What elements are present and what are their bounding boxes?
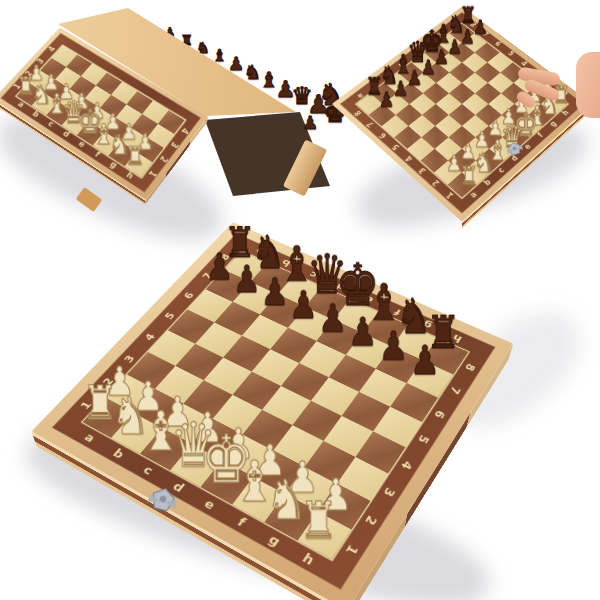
piece-white-rook[interactable]: ♜ [299, 497, 333, 546]
main-board: ♜♞♝♛♚♝♞♜♟♟♟♟♟♟♟♟♟♟♟♟♟♟♟♟♜♞♝♛♚♝♞♜aabbccdd… [31, 222, 513, 600]
piece-white-rook[interactable]: ♜ [82, 381, 113, 426]
piece-black-pawn: ♟ [228, 55, 244, 73]
piece-white-rook: ♜ [125, 145, 142, 169]
piece-black-pawn[interactable]: ♟ [318, 300, 347, 337]
piece-white-bishop[interactable]: ♝ [233, 456, 266, 510]
piece-black-pawn[interactable]: ♟ [410, 341, 440, 379]
palm [576, 52, 600, 118]
piece-black-pawn[interactable]: ♟ [233, 261, 261, 296]
piece-white-knight: ♞ [109, 132, 126, 158]
piece-black-pawn[interactable]: ♟ [348, 313, 377, 350]
piece-white-king: ♚ [77, 106, 94, 137]
piece-black-pawn[interactable]: ♟ [261, 274, 289, 310]
piece-white-bishop[interactable]: ♝ [140, 406, 172, 458]
hand [542, 52, 600, 124]
piece-white-knight[interactable]: ♞ [266, 475, 299, 527]
piece-black-pawn[interactable]: ♟ [379, 327, 409, 364]
piece-white-rook: ♜ [460, 165, 477, 188]
piece-white-king[interactable]: ♚ [201, 429, 234, 492]
piece-black-pawn: ♟ [378, 91, 394, 111]
piece-black-pawn: ♟ [407, 69, 423, 88]
piece-white-bishop: ♝ [46, 91, 62, 117]
piece-white-queen: ♛ [62, 98, 78, 127]
piece-white-rook: ♜ [17, 75, 33, 98]
piece-black-pawn: ♟ [393, 80, 409, 99]
scene-folded-board: ♟♟♟♟♟♟♟♟♜♞♝♛♚♝♞♜abcdefgh44332211 [7, 53, 193, 163]
piece-white-bishop: ♝ [93, 121, 110, 148]
piece-black-pawn: ♟ [302, 114, 318, 132]
piece-black-pawn[interactable]: ♟ [206, 249, 234, 284]
piece-white-knight[interactable]: ♞ [111, 393, 142, 442]
board-squares: ♜♞♝♛♚♝♞♜♟♟♟♟♟♟♟♟♟♟♟♟♟♟♟♟♜♞♝♛♚♝♞♜ [357, 24, 567, 197]
piece-black-pawn[interactable]: ♟ [289, 287, 318, 323]
scene-main-board: ♜♞♝♛♚♝♞♜♟♟♟♟♟♟♟♟♟♟♟♟♟♟♟♟♜♞♝♛♚♝♞♜aabbccdd… [101, 206, 461, 566]
piece-white-queen[interactable]: ♛ [170, 416, 202, 474]
product-photo: ♟♜♞♝♟♞♝♟♛♟♚ ♟♟♟♟♟♟♟♟♜♞♝♛♚♝♞♜abcdefgh4433… [0, 0, 600, 600]
piece-white-knight: ♞ [31, 83, 47, 108]
